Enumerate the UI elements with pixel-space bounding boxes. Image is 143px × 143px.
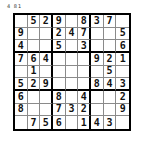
cell-r5-c5[interactable] xyxy=(66,66,79,79)
cell-r1-c1[interactable] xyxy=(15,15,28,28)
cell-r3-c5[interactable] xyxy=(66,40,79,53)
cell-r1-c8[interactable]: 7 xyxy=(104,15,117,28)
cell-r5-c6[interactable] xyxy=(78,66,91,79)
cell-r4-c1[interactable]: 7 xyxy=(15,53,28,66)
cell-r8-c9[interactable]: 9 xyxy=(116,104,129,117)
cell-r6-c7[interactable]: 8 xyxy=(91,78,104,91)
cell-r6-c6[interactable] xyxy=(78,78,91,91)
cell-r5-c8[interactable]: 5 xyxy=(104,66,117,79)
cell-r2-c9[interactable]: 5 xyxy=(116,28,129,41)
cell-r4-c3[interactable]: 4 xyxy=(40,53,53,66)
cell-r2-c5[interactable]: 4 xyxy=(66,28,79,41)
cell-r9-c5[interactable] xyxy=(66,116,79,129)
cell-r6-c5[interactable] xyxy=(66,78,79,91)
cell-r5-c9[interactable] xyxy=(116,66,129,79)
cell-r9-c7[interactable]: 4 xyxy=(91,116,104,129)
cell-r6-c9[interactable]: 3 xyxy=(116,78,129,91)
cell-r8-c7[interactable] xyxy=(91,104,104,117)
cell-r3-c7[interactable] xyxy=(91,40,104,53)
cell-r8-c6[interactable]: 2 xyxy=(78,104,91,117)
cell-r5-c4[interactable] xyxy=(53,66,66,79)
cell-r9-c6[interactable]: 1 xyxy=(78,116,91,129)
cell-r4-c8[interactable]: 2 xyxy=(104,53,117,66)
cell-r7-c9[interactable]: 2 xyxy=(116,91,129,104)
cell-r7-c4[interactable]: 8 xyxy=(53,91,66,104)
cell-r6-c4[interactable] xyxy=(53,78,66,91)
cell-r3-c2[interactable] xyxy=(28,40,41,53)
cell-r2-c1[interactable]: 9 xyxy=(15,28,28,41)
cell-r3-c8[interactable] xyxy=(104,40,117,53)
cell-r8-c5[interactable]: 3 xyxy=(66,104,79,117)
cell-r8-c2[interactable] xyxy=(28,104,41,117)
cell-r1-c5[interactable] xyxy=(66,15,79,28)
cell-r6-c1[interactable]: 5 xyxy=(15,78,28,91)
cell-r8-c1[interactable]: 8 xyxy=(15,104,28,117)
cell-r4-c9[interactable]: 1 xyxy=(116,53,129,66)
cell-r1-c3[interactable]: 2 xyxy=(40,15,53,28)
cell-r5-c3[interactable] xyxy=(40,66,53,79)
cell-r3-c6[interactable]: 3 xyxy=(78,40,91,53)
cell-r5-c7[interactable] xyxy=(91,66,104,79)
cell-r9-c9[interactable] xyxy=(116,116,129,129)
cell-r9-c1[interactable] xyxy=(15,116,28,129)
sudoku-board: 5298379247545367649211552984368428732975… xyxy=(13,13,131,131)
cell-r4-c4[interactable] xyxy=(53,53,66,66)
cell-r7-c1[interactable]: 6 xyxy=(15,91,28,104)
cell-r5-c1[interactable] xyxy=(15,66,28,79)
cell-r1-c7[interactable]: 3 xyxy=(91,15,104,28)
cell-r4-c6[interactable] xyxy=(78,53,91,66)
cell-r1-c2[interactable]: 5 xyxy=(28,15,41,28)
cell-r2-c2[interactable] xyxy=(28,28,41,41)
cell-r4-c7[interactable]: 9 xyxy=(91,53,104,66)
cell-r6-c2[interactable]: 2 xyxy=(28,78,41,91)
cell-r2-c4[interactable]: 2 xyxy=(53,28,66,41)
cell-r3-c1[interactable]: 4 xyxy=(15,40,28,53)
sudoku-page: 4 81 52983792475453676492115529843684287… xyxy=(0,0,143,143)
cell-r9-c8[interactable]: 3 xyxy=(104,116,117,129)
cell-r2-c7[interactable] xyxy=(91,28,104,41)
cell-r2-c3[interactable] xyxy=(40,28,53,41)
cell-r8-c3[interactable] xyxy=(40,104,53,117)
cell-r2-c8[interactable] xyxy=(104,28,117,41)
cell-r7-c7[interactable] xyxy=(91,91,104,104)
cell-r1-c4[interactable]: 9 xyxy=(53,15,66,28)
cell-r7-c6[interactable]: 4 xyxy=(78,91,91,104)
cell-r7-c2[interactable] xyxy=(28,91,41,104)
cell-r6-c8[interactable]: 4 xyxy=(104,78,117,91)
cell-r1-c6[interactable]: 8 xyxy=(78,15,91,28)
cell-r8-c8[interactable] xyxy=(104,104,117,117)
cell-r3-c4[interactable]: 5 xyxy=(53,40,66,53)
cell-r3-c9[interactable]: 6 xyxy=(116,40,129,53)
corner-watermark-label: 4 81 xyxy=(7,3,22,9)
cell-r9-c4[interactable]: 6 xyxy=(53,116,66,129)
cell-r9-c3[interactable]: 5 xyxy=(40,116,53,129)
cell-r2-c6[interactable]: 7 xyxy=(78,28,91,41)
cell-r9-c2[interactable]: 7 xyxy=(28,116,41,129)
cell-r4-c5[interactable] xyxy=(66,53,79,66)
cell-r8-c4[interactable]: 7 xyxy=(53,104,66,117)
cell-r7-c8[interactable] xyxy=(104,91,117,104)
cell-r7-c3[interactable] xyxy=(40,91,53,104)
cell-r5-c2[interactable]: 1 xyxy=(28,66,41,79)
cell-r7-c5[interactable] xyxy=(66,91,79,104)
cell-r3-c3[interactable] xyxy=(40,40,53,53)
cell-r4-c2[interactable]: 6 xyxy=(28,53,41,66)
cell-r6-c3[interactable]: 9 xyxy=(40,78,53,91)
cell-r1-c9[interactable] xyxy=(116,15,129,28)
